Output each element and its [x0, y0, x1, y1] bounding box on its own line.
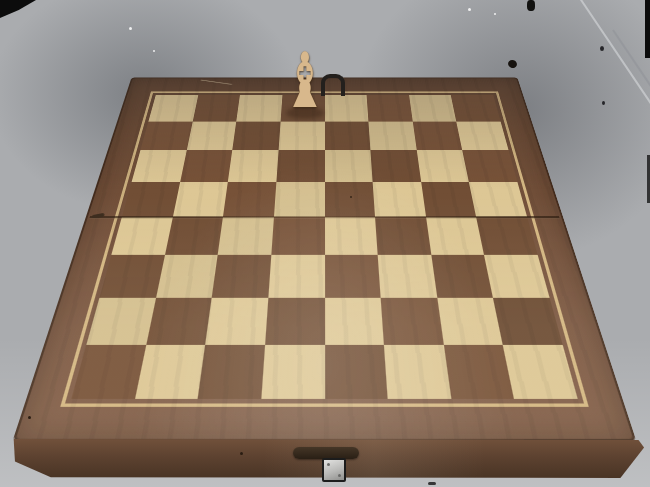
square-f1[interactable] — [384, 345, 451, 399]
square-e2[interactable] — [325, 298, 385, 346]
square-d4[interactable] — [271, 217, 324, 255]
chess-box — [12, 77, 636, 441]
square-a8[interactable] — [148, 95, 198, 121]
square-f7[interactable] — [369, 121, 417, 150]
square-b7[interactable] — [186, 121, 236, 150]
square-h8[interactable] — [451, 95, 501, 121]
wood-knot — [350, 196, 352, 198]
square-b2[interactable] — [146, 298, 212, 346]
square-h5[interactable] — [469, 182, 527, 217]
square-a3[interactable] — [99, 255, 164, 298]
front-sheen — [262, 439, 486, 478]
square-c5[interactable] — [223, 182, 276, 217]
square-b8[interactable] — [192, 95, 240, 121]
square-b6[interactable] — [180, 150, 233, 182]
front-latch-keeper[interactable] — [322, 458, 346, 482]
square-g5[interactable] — [421, 182, 476, 217]
square-d2[interactable] — [265, 298, 325, 346]
wood-knot — [240, 452, 243, 455]
square-b4[interactable] — [165, 217, 224, 255]
square-g4[interactable] — [426, 217, 485, 255]
photo-artifact — [645, 0, 650, 58]
square-g2[interactable] — [437, 298, 503, 346]
board-grid — [71, 95, 577, 399]
square-f2[interactable] — [381, 298, 444, 346]
white-bishop-glyph: ♝ — [283, 46, 328, 116]
square-g7[interactable] — [413, 121, 463, 150]
square-b3[interactable] — [156, 255, 218, 298]
square-e6[interactable] — [325, 150, 373, 182]
frame-scratch — [201, 80, 233, 85]
square-e4[interactable] — [325, 217, 378, 255]
square-d1[interactable] — [261, 345, 324, 399]
square-b1[interactable] — [135, 345, 206, 399]
square-f6[interactable] — [371, 150, 421, 182]
board-top-face — [12, 77, 636, 441]
square-g8[interactable] — [409, 95, 457, 121]
square-c8[interactable] — [236, 95, 282, 121]
square-c2[interactable] — [205, 298, 268, 346]
wood-knot — [28, 416, 31, 419]
square-b5[interactable] — [173, 182, 228, 217]
dust-speck — [129, 27, 132, 30]
fold-seam-notch — [92, 213, 104, 219]
square-h7[interactable] — [457, 121, 509, 150]
square-f4[interactable] — [375, 217, 431, 255]
square-c1[interactable] — [198, 345, 265, 399]
photo-artifact — [428, 482, 436, 485]
square-c6[interactable] — [228, 150, 278, 182]
square-h3[interactable] — [484, 255, 549, 298]
square-d5[interactable] — [274, 182, 325, 217]
square-h1[interactable] — [503, 345, 577, 399]
square-c7[interactable] — [232, 121, 280, 150]
square-f8[interactable] — [367, 95, 413, 121]
square-e5[interactable] — [325, 182, 376, 217]
photo-artifact — [602, 101, 605, 105]
square-a7[interactable] — [140, 121, 192, 150]
square-g1[interactable] — [444, 345, 515, 399]
dust-speck — [494, 13, 496, 15]
square-d6[interactable] — [276, 150, 324, 182]
square-e1[interactable] — [325, 345, 388, 399]
square-g6[interactable] — [417, 150, 470, 182]
square-d3[interactable] — [268, 255, 324, 298]
photo-artifact — [527, 0, 535, 11]
square-d7[interactable] — [278, 121, 324, 150]
square-g3[interactable] — [431, 255, 493, 298]
square-e3[interactable] — [325, 255, 381, 298]
square-e7[interactable] — [325, 121, 371, 150]
photo-artifact — [600, 46, 604, 51]
square-h2[interactable] — [493, 298, 563, 346]
square-a5[interactable] — [122, 182, 180, 217]
square-h4[interactable] — [476, 217, 537, 255]
square-a1[interactable] — [71, 345, 145, 399]
square-h6[interactable] — [463, 150, 518, 182]
square-f5[interactable] — [373, 182, 426, 217]
dust-speck — [153, 50, 155, 52]
dust-speck — [468, 8, 471, 11]
photo-of-chess-board: ♝ — [0, 0, 650, 487]
square-f3[interactable] — [378, 255, 437, 298]
square-a4[interactable] — [111, 217, 172, 255]
fold-seam — [90, 216, 560, 218]
square-a2[interactable] — [86, 298, 156, 346]
square-a6[interactable] — [132, 150, 187, 182]
square-c4[interactable] — [218, 217, 274, 255]
square-c3[interactable] — [212, 255, 271, 298]
white-bishop[interactable]: ♝ — [278, 46, 332, 116]
